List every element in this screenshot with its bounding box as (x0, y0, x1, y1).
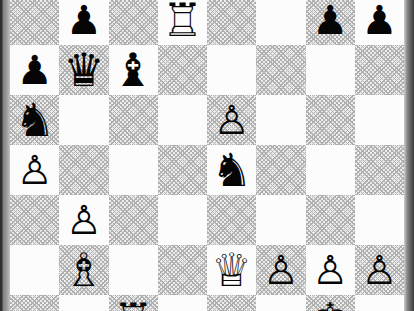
square-d5[interactable] (158, 95, 207, 145)
white-rook-c1: ♖ (113, 297, 154, 311)
square-e2[interactable]: ♕ (207, 245, 256, 295)
square-e5[interactable]: ♙ (207, 95, 256, 145)
square-c1[interactable]: ♖ (109, 295, 158, 311)
square-g4[interactable] (306, 145, 355, 195)
square-e6[interactable] (207, 45, 256, 95)
white-king-g1: ♔ (310, 297, 351, 311)
square-g7[interactable]: ♟ (306, 0, 355, 45)
square-f7[interactable] (256, 0, 305, 45)
white-bishop-b2: ♗ (63, 247, 104, 293)
square-f1[interactable] (256, 295, 305, 311)
square-f3[interactable] (256, 195, 305, 245)
white-pawn-b3: ♙ (66, 200, 102, 240)
square-f2[interactable]: ♙ (256, 245, 305, 295)
square-b1[interactable] (59, 295, 108, 311)
square-f4[interactable] (256, 145, 305, 195)
square-h7[interactable]: ♟ (355, 0, 404, 45)
black-queen-b6: ♛ (63, 47, 104, 93)
square-b7[interactable]: ♟ (59, 0, 108, 45)
square-d7[interactable]: ♖ (158, 0, 207, 45)
square-a6[interactable]: ♟ (10, 45, 59, 95)
square-b4[interactable] (59, 145, 108, 195)
square-h4[interactable] (355, 145, 404, 195)
square-g1[interactable]: ♔ (306, 295, 355, 311)
square-g2[interactable]: ♙ (306, 245, 355, 295)
square-a1[interactable] (10, 295, 59, 311)
square-h1[interactable] (355, 295, 404, 311)
square-h6[interactable] (355, 45, 404, 95)
square-e4[interactable]: ♞ (207, 145, 256, 195)
square-b3[interactable]: ♙ (59, 195, 108, 245)
square-h2[interactable]: ♙ (355, 245, 404, 295)
black-pawn-b7: ♟ (66, 0, 102, 40)
white-rook-d7: ♖ (162, 0, 203, 43)
square-e3[interactable] (207, 195, 256, 245)
square-f6[interactable] (256, 45, 305, 95)
square-a7[interactable] (10, 0, 59, 45)
square-c2[interactable] (109, 245, 158, 295)
square-d2[interactable] (158, 245, 207, 295)
square-c4[interactable] (109, 145, 158, 195)
black-pawn-a6: ♟ (17, 50, 53, 90)
white-queen-e2: ♕ (211, 247, 252, 293)
square-e7[interactable] (207, 0, 256, 45)
square-g6[interactable] (306, 45, 355, 95)
white-pawn-f2: ♙ (263, 250, 299, 290)
white-pawn-g2: ♙ (312, 250, 348, 290)
square-h3[interactable] (355, 195, 404, 245)
board-right-border (404, 0, 414, 311)
square-e1[interactable] (207, 295, 256, 311)
square-c5[interactable] (109, 95, 158, 145)
black-pawn-h7: ♟ (361, 0, 397, 40)
black-knight-a5: ♞ (14, 97, 55, 143)
square-d4[interactable] (158, 145, 207, 195)
chess-board: ♟♖♟♟♟♛♝♞♙♙♞♙♗♕♙♙♙♖♔ (10, 0, 404, 311)
black-knight-e4: ♞ (211, 147, 252, 193)
square-g3[interactable] (306, 195, 355, 245)
black-bishop-c6: ♝ (113, 47, 154, 93)
square-d6[interactable] (158, 45, 207, 95)
square-a5[interactable]: ♞ (10, 95, 59, 145)
square-b2[interactable]: ♗ (59, 245, 108, 295)
board-left-border (0, 0, 10, 311)
square-f5[interactable] (256, 95, 305, 145)
black-pawn-g7: ♟ (312, 0, 348, 40)
square-d1[interactable] (158, 295, 207, 311)
square-g5[interactable] (306, 95, 355, 145)
square-a4[interactable]: ♙ (10, 145, 59, 195)
square-d3[interactable] (158, 195, 207, 245)
square-h5[interactable] (355, 95, 404, 145)
square-c7[interactable] (109, 0, 158, 45)
square-b5[interactable] (59, 95, 108, 145)
square-a3[interactable] (10, 195, 59, 245)
square-c3[interactable] (109, 195, 158, 245)
white-pawn-a4: ♙ (17, 150, 53, 190)
white-pawn-h2: ♙ (361, 250, 397, 290)
chess-diagram: ♟♖♟♟♟♛♝♞♙♙♞♙♗♕♙♙♙♖♔ (0, 0, 414, 311)
square-b6[interactable]: ♛ (59, 45, 108, 95)
square-a2[interactable] (10, 245, 59, 295)
white-pawn-e5: ♙ (214, 100, 250, 140)
square-c6[interactable]: ♝ (109, 45, 158, 95)
